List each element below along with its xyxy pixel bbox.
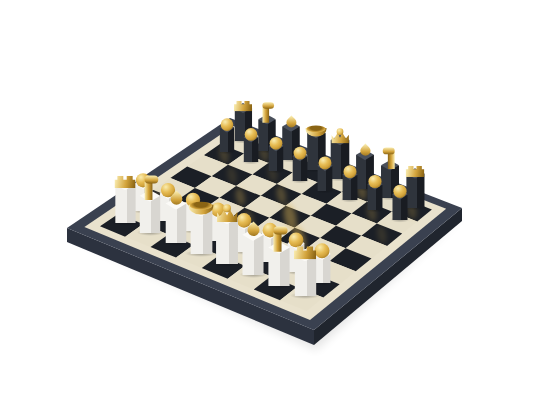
zigzag-finial [115, 175, 136, 188]
piece-prism [242, 235, 263, 275]
zigzag-finial [234, 101, 252, 112]
bent-tube-finial [270, 226, 287, 251]
piece-prism [220, 128, 234, 152]
piece-prism [115, 184, 135, 223]
piece-black-pawn-c7 [269, 137, 284, 171]
sphere-finial [314, 243, 329, 258]
piece-prism [294, 256, 315, 297]
piece-prism [140, 196, 160, 233]
piece-prism [342, 175, 357, 200]
bowl-finial [189, 201, 214, 214]
piece-white-rook-a1 [115, 175, 136, 222]
piece-prism [268, 247, 289, 285]
bent-tube-finial [383, 148, 398, 169]
sphere-finial [269, 137, 282, 150]
zigzag-finial [405, 166, 424, 177]
chess-set-photo: Modern designer chess set: black and whi… [0, 0, 533, 400]
piece-prism [393, 194, 408, 220]
piece-prism [165, 204, 186, 243]
teardrop-finial [245, 220, 260, 239]
bent-tube-finial [260, 102, 274, 123]
crown-finial [216, 205, 237, 223]
sphere-finial [368, 175, 381, 188]
piece-prism [216, 219, 238, 265]
piece-black-pawn-f7 [342, 165, 357, 200]
piece-black-pawn-d7 [293, 147, 308, 181]
piece-white-knight-g1 [268, 226, 289, 286]
piece-white-rook-h1 [294, 246, 316, 296]
piece-prism [406, 174, 424, 208]
piece-white-queen-d1 [189, 201, 214, 253]
piece-prism [269, 146, 284, 171]
piece-white-knight-b1 [140, 176, 160, 233]
teardrop-finial [359, 142, 372, 158]
sphere-finial [343, 165, 356, 178]
bent-tube-finial [142, 176, 159, 200]
sphere-finial [319, 156, 332, 169]
piece-black-pawn-e7 [318, 156, 333, 191]
sphere-finial [245, 128, 258, 141]
piece-white-bishop-f1 [242, 220, 263, 275]
zigzag-finial [294, 246, 316, 259]
crown-finial [331, 128, 349, 143]
piece-black-pawn-g7 [367, 175, 382, 210]
piece-black-pawn-h7 [393, 185, 408, 220]
bowl-finial [305, 125, 326, 136]
piece-black-pawn-a7 [220, 119, 234, 153]
piece-black-pawn-b7 [244, 128, 258, 162]
piece-prism [367, 185, 382, 210]
piece-black-rook-h8 [405, 166, 424, 208]
teardrop-finial [168, 189, 183, 208]
piece-white-king-e1 [216, 205, 238, 265]
pieces-layer [0, 0, 533, 400]
piece-white-bishop-c1 [165, 189, 186, 243]
piece-prism [190, 210, 212, 253]
teardrop-finial [285, 114, 297, 130]
piece-prism [293, 156, 308, 181]
